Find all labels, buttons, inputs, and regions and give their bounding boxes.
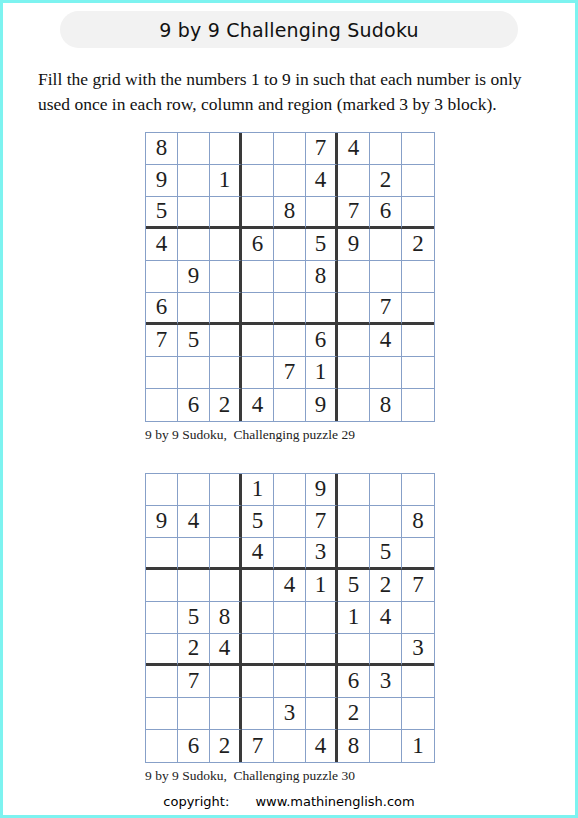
sudoku-cell: 9: [146, 165, 178, 197]
sudoku-cell: 7: [178, 666, 210, 698]
sudoku-cell: [178, 229, 210, 261]
sudoku-cell: [146, 730, 178, 762]
sudoku-cell: 2: [370, 570, 402, 602]
sudoku-cell: [338, 325, 370, 357]
sudoku-cell: [402, 698, 434, 730]
sudoku-cell: 1: [306, 357, 338, 389]
sudoku-cell: [146, 357, 178, 389]
sudoku-cell: 4: [370, 325, 402, 357]
sudoku-cell: [338, 165, 370, 197]
sudoku-cell: 5: [338, 570, 370, 602]
sudoku-cell: [242, 698, 274, 730]
puzzle-block-30: 199457843541527581424376332627481 9 by 9…: [145, 473, 575, 784]
sudoku-cell: 4: [178, 506, 210, 538]
sudoku-cell: [274, 538, 306, 570]
instructions-text: Fill the grid with the numbers 1 to 9 in…: [38, 67, 550, 117]
sudoku-cell: [178, 165, 210, 197]
sudoku-cell: 1: [242, 474, 274, 506]
worksheet-page: 9 by 9 Challenging Sudoku Fill the grid …: [0, 0, 578, 818]
sudoku-cell: [274, 261, 306, 293]
sudoku-cell: 9: [306, 474, 338, 506]
sudoku-cell: [338, 357, 370, 389]
sudoku-cell: 7: [338, 197, 370, 229]
page-title-text: 9 by 9 Challenging Sudoku: [159, 19, 419, 41]
sudoku-cell: 9: [178, 261, 210, 293]
footer-site-link[interactable]: www.mathinenglish.com: [255, 794, 414, 809]
sudoku-cell: [402, 133, 434, 165]
sudoku-cell: 8: [146, 133, 178, 165]
sudoku-cell: [338, 389, 370, 421]
sudoku-cell: 6: [178, 389, 210, 421]
sudoku-cell: [402, 293, 434, 325]
puzzle-caption-29: 9 by 9 Sudoku, Challenging puzzle 29: [145, 427, 575, 443]
sudoku-cell: [274, 666, 306, 698]
sudoku-cell: [338, 293, 370, 325]
sudoku-cell: [338, 506, 370, 538]
sudoku-cell: [370, 506, 402, 538]
sudoku-cell: [146, 474, 178, 506]
sudoku-cell: [242, 197, 274, 229]
sudoku-cell: [210, 229, 242, 261]
sudoku-cell: [242, 666, 274, 698]
sudoku-cell: 7: [306, 133, 338, 165]
copyright-label: copyright:: [163, 794, 229, 809]
sudoku-cell: 8: [338, 730, 370, 762]
sudoku-cell: 5: [306, 229, 338, 261]
sudoku-cell: [274, 325, 306, 357]
sudoku-cell: [306, 698, 338, 730]
sudoku-cell: [274, 602, 306, 634]
sudoku-cell: [274, 293, 306, 325]
sudoku-cell: 3: [306, 538, 338, 570]
sudoku-cell: 2: [402, 229, 434, 261]
sudoku-board-puzzle-29: 8749142587646592986775647162498: [145, 132, 435, 422]
sudoku-cell: [242, 570, 274, 602]
sudoku-cell: 4: [306, 730, 338, 762]
sudoku-cell: [146, 389, 178, 421]
footer: copyright: www.mathinenglish.com: [3, 794, 575, 809]
sudoku-cell: [210, 357, 242, 389]
sudoku-cell: 4: [370, 602, 402, 634]
sudoku-cell: 4: [274, 570, 306, 602]
sudoku-cell: [242, 261, 274, 293]
sudoku-cell: [242, 133, 274, 165]
sudoku-cell: 1: [402, 730, 434, 762]
sudoku-cell: [338, 634, 370, 666]
sudoku-cell: [402, 197, 434, 229]
sudoku-cell: 3: [274, 698, 306, 730]
sudoku-cell: [274, 474, 306, 506]
sudoku-cell: [178, 357, 210, 389]
sudoku-cell: [210, 666, 242, 698]
sudoku-cell: [178, 698, 210, 730]
sudoku-cell: [402, 474, 434, 506]
puzzle-block-29: 8749142587646592986775647162498 9 by 9 S…: [145, 132, 575, 443]
page-title: 9 by 9 Challenging Sudoku: [60, 11, 518, 48]
sudoku-cell: 6: [306, 325, 338, 357]
sudoku-cell: [306, 197, 338, 229]
sudoku-cell: [370, 474, 402, 506]
sudoku-cell: 3: [370, 666, 402, 698]
sudoku-cell: [210, 325, 242, 357]
sudoku-cell: 7: [146, 325, 178, 357]
sudoku-cell: 2: [370, 165, 402, 197]
sudoku-cell: 7: [402, 570, 434, 602]
sudoku-cell: [178, 474, 210, 506]
sudoku-cell: [370, 133, 402, 165]
sudoku-cell: [370, 357, 402, 389]
sudoku-cell: [402, 357, 434, 389]
puzzle-caption-30: 9 by 9 Sudoku, Challenging puzzle 30: [145, 768, 575, 784]
sudoku-cell: [210, 698, 242, 730]
sudoku-cell: [370, 634, 402, 666]
sudoku-cell: 6: [146, 293, 178, 325]
sudoku-cell: 7: [370, 293, 402, 325]
sudoku-board-puzzle-30: 199457843541527581424376332627481: [145, 473, 435, 763]
sudoku-cell: [210, 197, 242, 229]
sudoku-cell: [210, 133, 242, 165]
sudoku-cell: [306, 602, 338, 634]
sudoku-cell: [242, 165, 274, 197]
sudoku-cell: [338, 538, 370, 570]
sudoku-cell: 8: [274, 197, 306, 229]
sudoku-cell: 6: [370, 197, 402, 229]
sudoku-cell: 5: [178, 602, 210, 634]
sudoku-cell: [242, 634, 274, 666]
sudoku-cell: [274, 506, 306, 538]
sudoku-cell: 7: [274, 357, 306, 389]
sudoku-cell: [402, 602, 434, 634]
sudoku-cell: [274, 133, 306, 165]
sudoku-cell: [402, 325, 434, 357]
sudoku-cell: 5: [178, 325, 210, 357]
sudoku-cell: [274, 730, 306, 762]
sudoku-cell: [242, 325, 274, 357]
sudoku-cell: [146, 570, 178, 602]
sudoku-cell: [210, 570, 242, 602]
sudoku-cell: [146, 261, 178, 293]
sudoku-cell: [146, 666, 178, 698]
sudoku-cell: 6: [242, 229, 274, 261]
sudoku-cell: 5: [370, 538, 402, 570]
sudoku-cell: [402, 538, 434, 570]
sudoku-cell: [274, 165, 306, 197]
sudoku-cell: 3: [402, 634, 434, 666]
sudoku-cell: [338, 474, 370, 506]
sudoku-cell: 6: [338, 666, 370, 698]
sudoku-cell: [370, 730, 402, 762]
sudoku-cell: 2: [338, 698, 370, 730]
sudoku-cell: 8: [370, 389, 402, 421]
sudoku-cell: [210, 538, 242, 570]
sudoku-cell: [402, 389, 434, 421]
sudoku-cell: 5: [146, 197, 178, 229]
sudoku-cell: 7: [306, 506, 338, 538]
sudoku-cell: 2: [178, 634, 210, 666]
sudoku-cell: [274, 229, 306, 261]
sudoku-cell: 9: [146, 506, 178, 538]
sudoku-cell: [402, 666, 434, 698]
sudoku-cell: 9: [306, 389, 338, 421]
sudoku-cell: 4: [242, 389, 274, 421]
sudoku-cell: [402, 261, 434, 293]
sudoku-cell: 1: [306, 570, 338, 602]
sudoku-cell: [146, 634, 178, 666]
sudoku-cell: 8: [210, 602, 242, 634]
sudoku-cell: [146, 538, 178, 570]
sudoku-cell: [146, 602, 178, 634]
sudoku-cell: [306, 634, 338, 666]
sudoku-cell: 8: [402, 506, 434, 538]
sudoku-cell: 1: [210, 165, 242, 197]
sudoku-cell: [210, 261, 242, 293]
sudoku-cell: [242, 602, 274, 634]
sudoku-cell: [178, 197, 210, 229]
sudoku-cell: [178, 133, 210, 165]
sudoku-cell: 4: [242, 538, 274, 570]
sudoku-cell: [146, 698, 178, 730]
sudoku-cell: [178, 293, 210, 325]
sudoku-cell: 8: [306, 261, 338, 293]
sudoku-cell: [306, 293, 338, 325]
sudoku-cell: 9: [338, 229, 370, 261]
sudoku-cell: [242, 293, 274, 325]
sudoku-cell: [370, 229, 402, 261]
sudoku-cell: [178, 538, 210, 570]
sudoku-cell: [210, 293, 242, 325]
sudoku-cell: 6: [178, 730, 210, 762]
sudoku-cell: [274, 634, 306, 666]
sudoku-cell: [370, 261, 402, 293]
sudoku-cell: [210, 506, 242, 538]
sudoku-cell: 4: [338, 133, 370, 165]
sudoku-cell: [210, 474, 242, 506]
sudoku-cell: 5: [242, 506, 274, 538]
sudoku-cell: [178, 570, 210, 602]
sudoku-cell: [402, 165, 434, 197]
sudoku-cell: 2: [210, 730, 242, 762]
sudoku-cell: 7: [242, 730, 274, 762]
sudoku-cell: [338, 261, 370, 293]
sudoku-cell: 1: [338, 602, 370, 634]
sudoku-cell: [370, 698, 402, 730]
sudoku-cell: 4: [306, 165, 338, 197]
sudoku-cell: [274, 389, 306, 421]
sudoku-cell: [306, 666, 338, 698]
sudoku-cell: 4: [146, 229, 178, 261]
sudoku-cell: 2: [210, 389, 242, 421]
sudoku-cell: 4: [210, 634, 242, 666]
sudoku-cell: [242, 357, 274, 389]
